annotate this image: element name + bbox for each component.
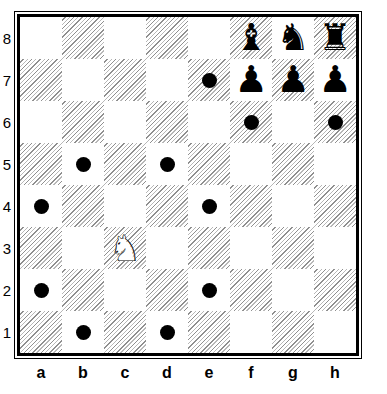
square-e2[interactable]: [188, 269, 230, 311]
square-e7[interactable]: [188, 59, 230, 101]
square-a4[interactable]: [20, 185, 62, 227]
square-a5[interactable]: [20, 143, 62, 185]
move-marker-e4: [202, 199, 217, 214]
square-e6[interactable]: [188, 101, 230, 143]
square-a1[interactable]: [20, 311, 62, 353]
square-f7[interactable]: ♟: [230, 59, 272, 101]
move-marker-e2: [202, 283, 217, 298]
square-c2[interactable]: [104, 269, 146, 311]
square-g3[interactable]: [272, 227, 314, 269]
piece-black-pawn[interactable]: ♟: [314, 59, 356, 101]
square-f6[interactable]: [230, 101, 272, 143]
square-b7[interactable]: [62, 59, 104, 101]
square-f8[interactable]: ♝: [230, 17, 272, 59]
move-marker-d5: [160, 157, 175, 172]
white-knight-outline: ♘: [104, 227, 146, 269]
piece-black-pawn[interactable]: ♟: [272, 59, 314, 101]
square-d8[interactable]: [146, 17, 188, 59]
square-f1[interactable]: [230, 311, 272, 353]
square-h2[interactable]: [314, 269, 356, 311]
move-marker-h6: [328, 115, 343, 130]
board-frame: ♝♞♜♟♟♟♞♘: [14, 11, 362, 359]
square-a8[interactable]: [20, 17, 62, 59]
square-a7[interactable]: [20, 59, 62, 101]
square-d2[interactable]: [146, 269, 188, 311]
square-d5[interactable]: [146, 143, 188, 185]
square-a3[interactable]: [20, 227, 62, 269]
file-label-f: f: [230, 360, 272, 386]
square-h7[interactable]: ♟: [314, 59, 356, 101]
square-d1[interactable]: [146, 311, 188, 353]
square-h5[interactable]: [314, 143, 356, 185]
square-f4[interactable]: [230, 185, 272, 227]
file-label-b: b: [62, 360, 104, 386]
square-d6[interactable]: [146, 101, 188, 143]
square-b5[interactable]: [62, 143, 104, 185]
rank-label-6: 6: [0, 101, 14, 143]
piece-black-pawn[interactable]: ♟: [230, 59, 272, 101]
square-g4[interactable]: [272, 185, 314, 227]
square-g6[interactable]: [272, 101, 314, 143]
square-c5[interactable]: [104, 143, 146, 185]
move-marker-a2: [34, 283, 49, 298]
rank-labels: 87654321: [0, 17, 14, 353]
square-b4[interactable]: [62, 185, 104, 227]
file-label-h: h: [314, 360, 356, 386]
chess-board: ♝♞♜♟♟♟♞♘: [20, 17, 356, 353]
square-h8[interactable]: ♜: [314, 17, 356, 59]
square-d3[interactable]: [146, 227, 188, 269]
move-marker-b5: [76, 157, 91, 172]
square-c3[interactable]: ♞♘: [104, 227, 146, 269]
square-c8[interactable]: [104, 17, 146, 59]
square-b6[interactable]: [62, 101, 104, 143]
square-h3[interactable]: [314, 227, 356, 269]
square-f3[interactable]: [230, 227, 272, 269]
rank-label-1: 1: [0, 311, 14, 353]
board-inner-border: ♝♞♜♟♟♟♞♘: [17, 14, 359, 356]
move-marker-b1: [76, 325, 91, 340]
square-a6[interactable]: [20, 101, 62, 143]
square-c4[interactable]: [104, 185, 146, 227]
square-e5[interactable]: [188, 143, 230, 185]
file-label-c: c: [104, 360, 146, 386]
piece-black-bishop[interactable]: ♝: [230, 17, 272, 59]
piece-white-knight[interactable]: ♞♘: [104, 227, 146, 269]
piece-black-rook[interactable]: ♜: [314, 17, 356, 59]
square-b3[interactable]: [62, 227, 104, 269]
file-label-a: a: [20, 360, 62, 386]
piece-black-knight[interactable]: ♞: [272, 17, 314, 59]
square-c7[interactable]: [104, 59, 146, 101]
square-b1[interactable]: [62, 311, 104, 353]
square-e3[interactable]: [188, 227, 230, 269]
square-h4[interactable]: [314, 185, 356, 227]
file-label-e: e: [188, 360, 230, 386]
square-c1[interactable]: [104, 311, 146, 353]
square-b8[interactable]: [62, 17, 104, 59]
square-b2[interactable]: [62, 269, 104, 311]
file-labels: abcdefgh: [20, 360, 356, 386]
square-a2[interactable]: [20, 269, 62, 311]
square-g5[interactable]: [272, 143, 314, 185]
square-f5[interactable]: [230, 143, 272, 185]
square-g7[interactable]: ♟: [272, 59, 314, 101]
square-h6[interactable]: [314, 101, 356, 143]
rank-label-4: 4: [0, 185, 14, 227]
square-e4[interactable]: [188, 185, 230, 227]
square-g1[interactable]: [272, 311, 314, 353]
square-d4[interactable]: [146, 185, 188, 227]
square-c6[interactable]: [104, 101, 146, 143]
move-marker-d1: [160, 325, 175, 340]
square-h1[interactable]: [314, 311, 356, 353]
square-g8[interactable]: ♞: [272, 17, 314, 59]
file-label-g: g: [272, 360, 314, 386]
move-marker-a4: [34, 199, 49, 214]
move-marker-e7: [202, 73, 217, 88]
chess-diagram-page: 87654321 ♝♞♜♟♟♟♞♘ abcdefgh: [0, 0, 387, 394]
rank-label-7: 7: [0, 59, 14, 101]
square-e1[interactable]: [188, 311, 230, 353]
rank-label-2: 2: [0, 269, 14, 311]
square-g2[interactable]: [272, 269, 314, 311]
rank-label-5: 5: [0, 143, 14, 185]
file-label-d: d: [146, 360, 188, 386]
square-e8[interactable]: [188, 17, 230, 59]
square-d7[interactable]: [146, 59, 188, 101]
rank-label-3: 3: [0, 227, 14, 269]
square-f2[interactable]: [230, 269, 272, 311]
rank-label-8: 8: [0, 17, 14, 59]
move-marker-f6: [244, 115, 259, 130]
